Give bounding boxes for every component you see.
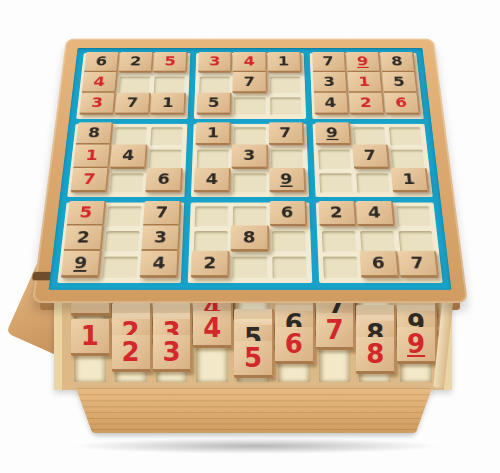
tile-digit: 2 [359, 96, 372, 109]
block-0-1: 34175 [194, 53, 306, 119]
cell-r6c2[interactable] [110, 173, 144, 193]
cell-r3c9[interactable]: 6 [386, 98, 419, 116]
cell-r6c7[interactable] [319, 173, 353, 193]
tile-digit: 3 [323, 75, 335, 88]
sudoku-board: 6254371341757983154268147617349971572394… [32, 39, 468, 303]
front-digit: 3 [162, 337, 180, 367]
drawer-slot-2[interactable]: 22 [115, 295, 147, 382]
tile-digit: 8 [391, 55, 404, 67]
number-tile[interactable]: 8 [380, 52, 416, 73]
number-tile[interactable]: 9 [346, 52, 381, 73]
cell-well [154, 77, 186, 95]
cell-r1c3[interactable]: 5 [155, 56, 186, 73]
number-tile[interactable]: 4 [194, 168, 231, 192]
cell-r9c3[interactable]: 4 [142, 257, 178, 279]
cell-well [353, 128, 386, 147]
front-digit: 1 [81, 321, 99, 351]
cell-r2c2[interactable] [119, 77, 151, 95]
drawer-front-handle[interactable] [76, 388, 432, 433]
tile-digit: 9 [280, 172, 293, 186]
cell-well [234, 98, 265, 116]
cell-r4c7[interactable]: 9 [317, 128, 350, 147]
number-tile[interactable]: 2 [349, 93, 385, 115]
number-tile[interactable]: 6 [269, 201, 307, 226]
front-digit: 6 [285, 329, 303, 359]
drawer-slot-8[interactable]: 88 [359, 295, 391, 382]
tile-digit: 2 [76, 229, 90, 244]
cell-r8c4[interactable] [194, 231, 228, 252]
number-tile[interactable]: 7 [398, 251, 439, 278]
tile-digit: 9 [356, 55, 368, 67]
front-digit: 4 [203, 313, 221, 343]
cell-well [150, 128, 183, 147]
tile-digit: 7 [363, 149, 376, 163]
tile-digit: 7 [410, 255, 425, 271]
number-tile[interactable]: 1 [391, 168, 430, 192]
cell-r6c3[interactable]: 6 [147, 173, 181, 193]
cell-r8c7[interactable] [321, 231, 356, 252]
cell-r9c5[interactable] [233, 257, 268, 279]
cell-r7c1[interactable]: 5 [69, 206, 104, 227]
cell-r1c5[interactable]: 4 [235, 56, 265, 73]
cell-well [389, 128, 423, 147]
number-tile[interactable]: 6 [359, 251, 399, 278]
number-tile[interactable]: 4 [356, 201, 395, 226]
cell-r6c1[interactable]: 7 [72, 173, 107, 193]
cell-r4c3[interactable] [150, 128, 183, 147]
cell-r4c9[interactable] [389, 128, 423, 147]
tile-digit: 4 [152, 255, 166, 271]
cell-r2c9[interactable]: 5 [384, 77, 416, 95]
cell-well [319, 173, 353, 193]
cell-well [197, 150, 230, 169]
cell-r1c9[interactable]: 8 [382, 56, 414, 73]
drawer-slot-9[interactable]: 99 [400, 295, 432, 382]
cell-r7c4[interactable] [195, 206, 229, 227]
cell-r1c1[interactable]: 6 [86, 56, 118, 73]
cell-r2c7[interactable]: 3 [315, 77, 347, 95]
drop-shadow [70, 438, 442, 454]
sudoku-grid: 6254371341757983154268147617349971572394… [57, 53, 442, 283]
cell-well [107, 206, 142, 227]
cell-r2c5[interactable]: 7 [235, 77, 266, 95]
cell-r4c2[interactable] [114, 128, 147, 147]
block-1-1: 17349 [191, 124, 308, 197]
number-tile[interactable]: 1 [196, 123, 232, 146]
cell-r8c3[interactable]: 3 [144, 231, 179, 252]
number-tile[interactable]: 9 [269, 168, 306, 192]
product-photo-scene: 12233445566778899 6254371341757983154268… [0, 0, 500, 473]
cell-r5c8[interactable]: 7 [354, 150, 388, 169]
number-tile[interactable]: 6 [146, 168, 184, 192]
cell-well [321, 231, 356, 252]
front-digit: 5 [244, 343, 262, 373]
number-tile[interactable]: 7 [352, 145, 390, 169]
tile-digit: 3 [154, 229, 168, 244]
cell-r3c5[interactable] [234, 98, 265, 116]
cell-r7c7[interactable]: 2 [320, 206, 354, 227]
cell-r5c1[interactable]: 1 [75, 150, 109, 169]
cell-r5c2[interactable]: 4 [112, 150, 146, 169]
cell-r6c8[interactable] [356, 173, 390, 193]
front-tile[interactable]: 3 [153, 335, 193, 372]
cell-well [323, 257, 359, 279]
cell-well [234, 173, 267, 193]
cell-well [110, 173, 144, 193]
tile-digit: 7 [322, 55, 334, 67]
front-tile[interactable]: 6 [275, 327, 315, 364]
number-tile[interactable]: 7 [143, 201, 181, 226]
tile-digit: 9 [326, 126, 339, 140]
front-digit: 8 [366, 339, 384, 369]
number-tile[interactable]: 8 [231, 225, 269, 251]
cell-r4c8[interactable] [353, 128, 386, 147]
tile-digit: 1 [162, 96, 174, 109]
cell-r9c9[interactable]: 7 [401, 257, 438, 279]
drawer-slot-4[interactable]: 44 [196, 295, 228, 382]
cell-well [272, 231, 306, 252]
cell-well [272, 257, 307, 279]
tile-digit: 1 [402, 172, 416, 186]
cell-r2c3[interactable] [154, 77, 186, 95]
front-tile[interactable]: 7 [316, 313, 356, 350]
cell-r7c3[interactable]: 7 [145, 206, 179, 227]
number-tile[interactable]: 2 [318, 201, 356, 226]
cell-r3c3[interactable]: 1 [152, 98, 184, 116]
number-tile[interactable]: 4 [314, 93, 350, 115]
cell-r2c1[interactable]: 4 [83, 77, 115, 95]
cell-well [233, 206, 267, 227]
cell-r7c2[interactable] [107, 206, 142, 227]
cell-r9c1[interactable]: 9 [63, 257, 100, 279]
cell-well [270, 98, 301, 116]
number-tile[interactable]: 9 [61, 251, 102, 278]
cell-well [391, 150, 425, 169]
blue-panel: 6254371341757983154268147617349971572394… [49, 48, 452, 290]
front-tile[interactable]: 5 [234, 341, 274, 378]
number-tile[interactable]: 7 [115, 93, 151, 115]
cell-r5c7[interactable] [318, 150, 351, 169]
cell-well [194, 231, 228, 252]
number-tile[interactable]: 1 [73, 145, 111, 169]
front-digit: 7 [326, 315, 344, 345]
cell-r6c6[interactable]: 9 [271, 173, 304, 193]
cell-r9c6[interactable] [272, 257, 307, 279]
tile-digit: 6 [95, 55, 108, 67]
cell-r6c9[interactable]: 1 [393, 173, 428, 193]
tile-digit: 6 [281, 205, 294, 220]
cell-r9c2[interactable] [102, 257, 138, 279]
tile-digit: 6 [395, 96, 408, 109]
tile-digit: 4 [324, 96, 336, 109]
drawer-slot-6[interactable]: 66 [278, 295, 310, 382]
number-tile[interactable]: 7 [233, 72, 267, 93]
number-tile[interactable]: 2 [119, 52, 154, 73]
front-tile[interactable]: 2 [112, 335, 152, 372]
cell-r1c4[interactable]: 3 [200, 56, 231, 73]
tile-digit: 4 [122, 149, 135, 163]
drawer-slot-3[interactable]: 33 [156, 295, 188, 382]
number-tile[interactable]: 3 [198, 52, 232, 73]
tile-drawer[interactable]: 12233445566778899 [54, 290, 452, 390]
tile-digit: 1 [278, 55, 290, 67]
wooden-frame: 6254371341757983154268147617349971572394… [32, 39, 468, 303]
drawer-slot-1[interactable]: 1 [74, 295, 106, 382]
number-tile[interactable]: 6 [384, 93, 421, 115]
cell-r2c4[interactable] [199, 77, 230, 95]
number-tile[interactable]: 3 [79, 93, 116, 115]
tile-digit: 2 [203, 255, 216, 271]
tile-digit: 5 [79, 205, 93, 220]
block-1-0: 81476 [67, 124, 187, 197]
cell-well [195, 206, 229, 227]
cell-r9c4[interactable]: 2 [193, 257, 228, 279]
tile-digit: 7 [82, 172, 96, 186]
front-tile[interactable]: 1 [71, 319, 111, 356]
tile-digit: 3 [91, 96, 104, 109]
tile-digit: 7 [243, 75, 255, 88]
cell-r2c6[interactable] [270, 77, 301, 95]
cell-r5c3[interactable] [149, 150, 182, 169]
cell-r4c5[interactable] [234, 128, 266, 147]
cell-r1c8[interactable]: 9 [348, 56, 380, 73]
cell-well [114, 128, 147, 147]
number-tile[interactable]: 5 [67, 201, 107, 226]
cell-well [318, 150, 351, 169]
front-tile[interactable]: 9 [397, 327, 437, 364]
number-tile[interactable]: 3 [313, 72, 348, 93]
cell-r3c2[interactable]: 7 [117, 98, 149, 116]
cell-r8c8[interactable] [360, 231, 396, 252]
cell-r9c8[interactable]: 6 [362, 257, 398, 279]
front-tile[interactable]: 8 [356, 337, 396, 374]
cell-r3c1[interactable]: 3 [81, 98, 114, 116]
cell-r3c7[interactable]: 4 [316, 98, 348, 116]
tile-digit: 9 [73, 255, 88, 271]
tile-digit: 1 [85, 149, 99, 163]
tile-digit: 8 [243, 229, 256, 244]
cell-r3c4[interactable]: 5 [199, 98, 230, 116]
cell-r6c5[interactable] [234, 173, 267, 193]
cell-r8c9[interactable] [398, 231, 434, 252]
cell-r8c2[interactable] [105, 231, 141, 252]
tile-digit: 7 [126, 96, 139, 109]
cell-well [102, 257, 138, 279]
cell-r4c6[interactable]: 7 [270, 128, 302, 147]
tile-digit: 3 [209, 55, 221, 67]
tile-digit: 4 [367, 205, 381, 220]
cell-r2c8[interactable]: 1 [349, 77, 381, 95]
cell-r4c1[interactable]: 8 [78, 128, 112, 147]
cell-r8c5[interactable]: 8 [233, 231, 267, 252]
number-tile[interactable]: 3 [232, 145, 268, 169]
cell-r5c9[interactable] [391, 150, 425, 169]
block-0-0: 6254371 [76, 53, 190, 119]
number-tile[interactable]: 5 [153, 52, 188, 73]
cell-well [119, 77, 151, 95]
tile-digit: 7 [155, 205, 168, 220]
cell-r1c6[interactable]: 1 [269, 56, 300, 73]
front-digit: 9 [407, 329, 425, 359]
tile-digit: 4 [243, 55, 254, 67]
number-tile[interactable]: 5 [382, 72, 418, 93]
drawer-slot-7[interactable]: 77 [319, 295, 351, 382]
number-tile[interactable]: 2 [64, 225, 104, 251]
cell-well [356, 173, 390, 193]
tile-digit: 2 [330, 205, 343, 220]
number-tile[interactable]: 4 [233, 52, 267, 73]
number-tile[interactable]: 7 [71, 168, 110, 192]
tile-digit: 4 [206, 172, 219, 186]
cell-r7c5[interactable] [233, 206, 267, 227]
cell-r8c1[interactable]: 2 [66, 231, 102, 252]
cell-r4c4[interactable]: 1 [198, 128, 230, 147]
cell-r3c6[interactable] [270, 98, 301, 116]
number-tile[interactable]: 1 [347, 72, 383, 93]
cell-well [398, 231, 434, 252]
cell-r8c6[interactable] [272, 231, 306, 252]
cell-r7c9[interactable] [396, 206, 431, 227]
tile-digit: 5 [164, 55, 176, 67]
cell-r5c5[interactable]: 3 [234, 150, 266, 169]
block-2-0: 572394 [57, 202, 184, 283]
cell-well [199, 77, 230, 95]
tile-digit: 1 [207, 126, 219, 140]
cell-well [396, 206, 431, 227]
number-tile[interactable]: 2 [191, 251, 230, 278]
number-tile[interactable]: 5 [197, 93, 232, 115]
number-tile[interactable]: 8 [76, 123, 114, 146]
block-2-1: 682 [188, 202, 312, 283]
cell-well [233, 257, 268, 279]
number-tile[interactable]: 1 [267, 52, 301, 73]
cell-r5c4[interactable] [197, 150, 230, 169]
cell-r3c8[interactable]: 2 [351, 98, 383, 116]
cell-well [105, 231, 141, 252]
cell-well [270, 77, 301, 95]
number-tile[interactable]: 4 [82, 72, 118, 93]
tile-digit: 6 [371, 255, 385, 271]
cell-r6c4[interactable]: 4 [196, 173, 229, 193]
number-tile[interactable]: 3 [142, 225, 181, 251]
tile-digit: 1 [358, 75, 370, 88]
drawer-slot-5[interactable]: 55 [237, 295, 269, 382]
cell-r1c2[interactable]: 2 [120, 56, 152, 73]
block-2-2: 2467 [316, 202, 443, 283]
cell-well [360, 231, 396, 252]
cell-r7c6[interactable]: 6 [271, 206, 305, 227]
tile-digit: 6 [157, 172, 170, 186]
cell-r5c6[interactable] [271, 150, 304, 169]
number-tile[interactable]: 7 [268, 123, 304, 146]
front-digit: 2 [122, 337, 140, 367]
number-tile[interactable]: 7 [312, 52, 347, 73]
tile-digit: 7 [279, 126, 291, 140]
number-tile[interactable]: 6 [84, 52, 120, 73]
tile-digit: 4 [93, 75, 106, 88]
number-tile[interactable]: 9 [315, 123, 351, 146]
cell-r7c8[interactable]: 4 [358, 206, 393, 227]
tile-digit: 5 [208, 96, 220, 109]
cell-r9c7[interactable] [323, 257, 359, 279]
number-tile[interactable]: 1 [151, 93, 187, 115]
tile-digit: 5 [393, 75, 406, 88]
drawer-slots: 12233445566778899 [54, 290, 452, 390]
tile-digit: 8 [87, 126, 100, 140]
cell-well [271, 150, 304, 169]
cell-well [149, 150, 182, 169]
front-tile[interactable]: 4 [193, 311, 233, 348]
number-tile[interactable]: 4 [110, 145, 148, 169]
tile-digit: 3 [243, 149, 255, 163]
number-tile[interactable]: 4 [140, 251, 180, 278]
cell-r1c7[interactable]: 7 [314, 56, 345, 73]
block-1-2: 971 [312, 124, 432, 197]
cell-well [234, 128, 266, 147]
tile-digit: 2 [130, 55, 142, 67]
block-0-2: 798315426 [309, 53, 423, 119]
